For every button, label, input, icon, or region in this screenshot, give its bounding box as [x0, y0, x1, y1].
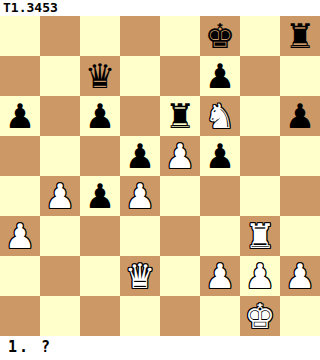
square-b2[interactable]: [40, 256, 80, 296]
square-d3[interactable]: [120, 216, 160, 256]
square-e1[interactable]: [160, 296, 200, 336]
white-pawn-g2: ♟: [245, 256, 275, 296]
black-pawn-f7: ♟: [205, 56, 235, 96]
square-h3[interactable]: [280, 216, 320, 256]
square-b6[interactable]: [40, 96, 80, 136]
square-c5[interactable]: [80, 136, 120, 176]
move-prompt: 1. ?: [0, 336, 320, 360]
square-g3[interactable]: ♜: [240, 216, 280, 256]
square-b8[interactable]: [40, 16, 80, 56]
square-g2[interactable]: ♟: [240, 256, 280, 296]
white-pawn-d4: ♟: [125, 176, 155, 216]
square-h7[interactable]: [280, 56, 320, 96]
black-pawn-d5: ♟: [125, 136, 155, 176]
square-b7[interactable]: [40, 56, 80, 96]
square-c3[interactable]: [80, 216, 120, 256]
square-h1[interactable]: [280, 296, 320, 336]
square-a8[interactable]: [0, 16, 40, 56]
square-h2[interactable]: ♟: [280, 256, 320, 296]
square-g4[interactable]: [240, 176, 280, 216]
square-e3[interactable]: [160, 216, 200, 256]
white-pawn-b4: ♟: [45, 176, 75, 216]
square-g5[interactable]: [240, 136, 280, 176]
square-d2[interactable]: ♛: [120, 256, 160, 296]
square-a7[interactable]: [0, 56, 40, 96]
black-queen-c7: ♛: [85, 56, 115, 96]
square-h6[interactable]: ♟: [280, 96, 320, 136]
square-a3[interactable]: ♟: [0, 216, 40, 256]
black-pawn-f5: ♟: [205, 136, 235, 176]
square-f8[interactable]: ♚: [200, 16, 240, 56]
square-h4[interactable]: [280, 176, 320, 216]
square-f5[interactable]: ♟: [200, 136, 240, 176]
chess-board: ♚♜♛♟♟♟♜♞♟♟♟♟♟♟♟♟♜♛♟♟♟♚: [0, 16, 320, 336]
square-a5[interactable]: [0, 136, 40, 176]
square-g1[interactable]: ♚: [240, 296, 280, 336]
white-king-g1: ♚: [245, 296, 275, 336]
black-rook-e6: ♜: [165, 96, 195, 136]
square-a4[interactable]: [0, 176, 40, 216]
square-c4[interactable]: ♟: [80, 176, 120, 216]
square-e2[interactable]: [160, 256, 200, 296]
white-pawn-e5: ♟: [165, 136, 195, 176]
square-f2[interactable]: ♟: [200, 256, 240, 296]
black-pawn-c6: ♟: [85, 96, 115, 136]
square-g6[interactable]: [240, 96, 280, 136]
square-f4[interactable]: [200, 176, 240, 216]
black-pawn-c4: ♟: [85, 176, 115, 216]
puzzle-title: T1.3453: [0, 0, 320, 16]
square-f7[interactable]: ♟: [200, 56, 240, 96]
black-rook-h8: ♜: [285, 16, 315, 56]
square-f3[interactable]: [200, 216, 240, 256]
square-d8[interactable]: [120, 16, 160, 56]
square-c2[interactable]: [80, 256, 120, 296]
black-pawn-a6: ♟: [5, 96, 35, 136]
square-d6[interactable]: [120, 96, 160, 136]
square-b4[interactable]: ♟: [40, 176, 80, 216]
square-g7[interactable]: [240, 56, 280, 96]
square-g8[interactable]: [240, 16, 280, 56]
square-d5[interactable]: ♟: [120, 136, 160, 176]
black-king-f8: ♚: [205, 16, 235, 56]
square-e7[interactable]: [160, 56, 200, 96]
square-d4[interactable]: ♟: [120, 176, 160, 216]
square-f6[interactable]: ♞: [200, 96, 240, 136]
black-pawn-h6: ♟: [285, 96, 315, 136]
square-a6[interactable]: ♟: [0, 96, 40, 136]
white-pawn-h2: ♟: [285, 256, 315, 296]
square-b1[interactable]: [40, 296, 80, 336]
square-h5[interactable]: [280, 136, 320, 176]
square-a2[interactable]: [0, 256, 40, 296]
square-c8[interactable]: [80, 16, 120, 56]
square-f1[interactable]: [200, 296, 240, 336]
square-h8[interactable]: ♜: [280, 16, 320, 56]
square-e8[interactable]: [160, 16, 200, 56]
square-e6[interactable]: ♜: [160, 96, 200, 136]
square-a1[interactable]: [0, 296, 40, 336]
square-c7[interactable]: ♛: [80, 56, 120, 96]
square-d7[interactable]: [120, 56, 160, 96]
square-b3[interactable]: [40, 216, 80, 256]
square-d1[interactable]: [120, 296, 160, 336]
white-pawn-f2: ♟: [205, 256, 235, 296]
square-c6[interactable]: ♟: [80, 96, 120, 136]
square-e5[interactable]: ♟: [160, 136, 200, 176]
white-rook-g3: ♜: [245, 216, 275, 256]
square-e4[interactable]: [160, 176, 200, 216]
white-knight-f6: ♞: [205, 96, 235, 136]
white-pawn-a3: ♟: [5, 216, 35, 256]
square-b5[interactable]: [40, 136, 80, 176]
square-c1[interactable]: [80, 296, 120, 336]
white-queen-d2: ♛: [125, 256, 155, 296]
